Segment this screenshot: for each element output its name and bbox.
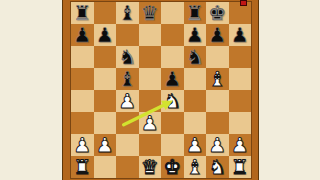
square-e5[interactable]: ♟ [161, 68, 184, 90]
square-g4[interactable] [206, 90, 229, 112]
square-a5[interactable] [71, 68, 94, 90]
white-pawn-c4[interactable]: ♟ [118, 90, 136, 112]
white-pawn-d3[interactable]: ♟ [141, 112, 159, 134]
square-f2[interactable]: ♟ [184, 134, 207, 156]
black-king-g8[interactable]: ♚ [208, 2, 226, 24]
square-c1[interactable] [116, 156, 139, 178]
square-h8[interactable] [229, 2, 252, 24]
square-e8[interactable] [161, 2, 184, 24]
black-knight-c6[interactable]: ♞ [118, 46, 136, 68]
black-pawn-b7[interactable]: ♟ [96, 24, 114, 46]
white-bishop-f1[interactable]: ♝ [186, 156, 204, 178]
square-e6[interactable] [161, 46, 184, 68]
square-b7[interactable]: ♟ [94, 24, 117, 46]
black-rook-f8[interactable]: ♜ [186, 2, 204, 24]
white-pawn-a2[interactable]: ♟ [73, 134, 91, 156]
screenshot-stage: ♜♝♛♜♚♟♟♟♟♟♞♞♝♟♝♟♞♟♟♟♟♟♟♜♛♚♝♞♜ [0, 0, 320, 180]
square-g8[interactable]: ♚ [206, 2, 229, 24]
white-knight-g1[interactable]: ♞ [208, 156, 226, 178]
square-a4[interactable] [71, 90, 94, 112]
square-h5[interactable] [229, 68, 252, 90]
black-queen-d8[interactable]: ♛ [141, 2, 159, 24]
square-d3[interactable]: ♟ [139, 112, 162, 134]
black-pawn-e5[interactable]: ♟ [163, 68, 181, 90]
square-a8[interactable]: ♜ [71, 2, 94, 24]
white-king-e1[interactable]: ♚ [163, 156, 181, 178]
square-e7[interactable] [161, 24, 184, 46]
white-pawn-f2[interactable]: ♟ [186, 134, 204, 156]
square-e4[interactable]: ♞ [161, 90, 184, 112]
square-f6[interactable]: ♞ [184, 46, 207, 68]
square-c7[interactable] [116, 24, 139, 46]
square-g7[interactable]: ♟ [206, 24, 229, 46]
square-g2[interactable]: ♟ [206, 134, 229, 156]
square-h2[interactable]: ♟ [229, 134, 252, 156]
square-f5[interactable] [184, 68, 207, 90]
square-g3[interactable] [206, 112, 229, 134]
square-e2[interactable] [161, 134, 184, 156]
square-b6[interactable] [94, 46, 117, 68]
black-knight-f6[interactable]: ♞ [186, 46, 204, 68]
square-a2[interactable]: ♟ [71, 134, 94, 156]
square-f1[interactable]: ♝ [184, 156, 207, 178]
black-bishop-c8[interactable]: ♝ [118, 2, 136, 24]
black-pawn-a7[interactable]: ♟ [73, 24, 91, 46]
black-pawn-f7[interactable]: ♟ [186, 24, 204, 46]
square-a3[interactable] [71, 112, 94, 134]
red-marker [241, 1, 246, 5]
black-pawn-h7[interactable]: ♟ [231, 24, 249, 46]
square-d8[interactable]: ♛ [139, 2, 162, 24]
square-c4[interactable]: ♟ [116, 90, 139, 112]
square-g6[interactable] [206, 46, 229, 68]
chess-board[interactable]: ♜♝♛♜♚♟♟♟♟♟♞♞♝♟♝♟♞♟♟♟♟♟♟♜♛♚♝♞♜ [71, 2, 251, 178]
black-bishop-c5[interactable]: ♝ [118, 68, 136, 90]
square-h3[interactable] [229, 112, 252, 134]
square-b8[interactable] [94, 2, 117, 24]
white-bishop-g5[interactable]: ♝ [208, 68, 226, 90]
square-d1[interactable]: ♛ [139, 156, 162, 178]
square-h7[interactable]: ♟ [229, 24, 252, 46]
square-d5[interactable] [139, 68, 162, 90]
square-b5[interactable] [94, 68, 117, 90]
white-queen-d1[interactable]: ♛ [141, 156, 159, 178]
white-rook-a1[interactable]: ♜ [73, 156, 91, 178]
square-f8[interactable]: ♜ [184, 2, 207, 24]
white-pawn-b2[interactable]: ♟ [96, 134, 114, 156]
square-h1[interactable]: ♜ [229, 156, 252, 178]
square-c2[interactable] [116, 134, 139, 156]
square-f7[interactable]: ♟ [184, 24, 207, 46]
square-c3[interactable] [116, 112, 139, 134]
square-g5[interactable]: ♝ [206, 68, 229, 90]
square-c8[interactable]: ♝ [116, 2, 139, 24]
square-d2[interactable] [139, 134, 162, 156]
square-h4[interactable] [229, 90, 252, 112]
square-a6[interactable] [71, 46, 94, 68]
square-b1[interactable] [94, 156, 117, 178]
square-h6[interactable] [229, 46, 252, 68]
white-rook-h1[interactable]: ♜ [231, 156, 249, 178]
square-b2[interactable]: ♟ [94, 134, 117, 156]
square-c6[interactable]: ♞ [116, 46, 139, 68]
square-b3[interactable] [94, 112, 117, 134]
square-f3[interactable] [184, 112, 207, 134]
square-b4[interactable] [94, 90, 117, 112]
square-c5[interactable]: ♝ [116, 68, 139, 90]
black-rook-a8[interactable]: ♜ [73, 2, 91, 24]
black-pawn-g7[interactable]: ♟ [208, 24, 226, 46]
square-d4[interactable] [139, 90, 162, 112]
white-pawn-h2[interactable]: ♟ [231, 134, 249, 156]
square-d6[interactable] [139, 46, 162, 68]
square-e1[interactable]: ♚ [161, 156, 184, 178]
square-a1[interactable]: ♜ [71, 156, 94, 178]
square-e3[interactable] [161, 112, 184, 134]
square-f4[interactable] [184, 90, 207, 112]
white-pawn-g2[interactable]: ♟ [208, 134, 226, 156]
square-a7[interactable]: ♟ [71, 24, 94, 46]
square-g1[interactable]: ♞ [206, 156, 229, 178]
square-d7[interactable] [139, 24, 162, 46]
white-knight-e4[interactable]: ♞ [163, 90, 181, 112]
